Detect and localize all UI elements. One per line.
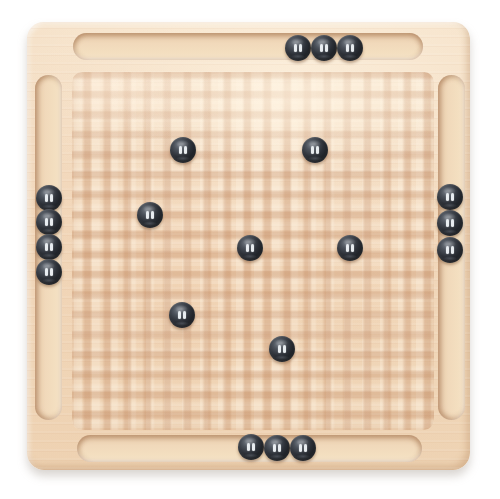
marble-tray-top-9[interactable] (311, 35, 337, 61)
marble-tray-left-18[interactable] (36, 209, 62, 235)
marble-base-reflection (42, 253, 56, 258)
marble-highlight-right (283, 345, 286, 353)
marble-highlight-left (311, 146, 314, 154)
marble-gloss (244, 437, 257, 445)
marble-gloss (443, 213, 456, 221)
marble-tray-right-12[interactable] (437, 210, 463, 236)
marble-gloss (343, 38, 356, 46)
marble-base-reflection (443, 229, 457, 234)
marble-gloss (317, 38, 330, 46)
marble-gloss (291, 38, 304, 46)
marble-highlight-right (251, 244, 254, 252)
marble-gloss (275, 339, 288, 347)
marble-highlight-right (351, 244, 354, 252)
marble-base-reflection (42, 228, 56, 233)
marble-gloss (143, 205, 156, 213)
marble-tray-bottom-15[interactable] (264, 435, 290, 461)
marble-gloss (443, 187, 456, 195)
marble-tray-right-11[interactable] (437, 184, 463, 210)
marble-tray-top-8[interactable] (285, 35, 311, 61)
marble-grid-6[interactable] (169, 302, 195, 328)
marble-highlight-right (50, 243, 53, 251)
marble-highlight-right (151, 211, 154, 219)
marble-base-reflection (243, 254, 257, 259)
marble-grid-7[interactable] (269, 336, 295, 362)
marble-base-reflection (308, 156, 322, 161)
marble-gloss (243, 238, 256, 246)
marble-highlight-right (50, 194, 53, 202)
marble-highlight-left (246, 244, 249, 252)
marble-base-reflection (175, 321, 189, 326)
marble-base-reflection (42, 278, 56, 283)
marble-grid-1[interactable] (170, 137, 196, 163)
marble-base-reflection (296, 454, 310, 459)
marble-highlight-left (45, 268, 48, 276)
marble-gloss (308, 140, 321, 148)
marble-highlight-right (184, 146, 187, 154)
marble-tray-right-13[interactable] (437, 237, 463, 263)
marble-tray-top-10[interactable] (337, 35, 363, 61)
marble-base-reflection (443, 256, 457, 261)
marble-highlight-left (346, 44, 349, 52)
marble-highlight-left (247, 443, 250, 451)
marble-highlight-left (446, 219, 449, 227)
marble-highlight-right (351, 44, 354, 52)
marble-highlight-left (45, 243, 48, 251)
marble-highlight-right (183, 311, 186, 319)
marble-base-reflection (244, 453, 258, 458)
marble-base-reflection (270, 454, 284, 459)
marble-highlight-left (45, 218, 48, 226)
marble-gloss (176, 140, 189, 148)
marble-highlight-left (45, 194, 48, 202)
marble-gloss (296, 438, 309, 446)
marble-highlight-left (179, 146, 182, 154)
marble-highlight-right (50, 268, 53, 276)
marble-highlight-left (273, 444, 276, 452)
marble-highlight-right (451, 219, 454, 227)
marble-highlight-left (446, 193, 449, 201)
marble-base-reflection (176, 156, 190, 161)
marble-highlight-right (50, 218, 53, 226)
marble-grid-3[interactable] (137, 202, 163, 228)
marble-tray-top (73, 33, 423, 60)
marble-tray-bottom-14[interactable] (238, 434, 264, 460)
marble-highlight-right (451, 246, 454, 254)
marble-highlight-right (316, 146, 319, 154)
marble-highlight-left (146, 211, 149, 219)
marble-highlight-right (278, 444, 281, 452)
marble-highlight-right (299, 44, 302, 52)
marble-highlight-left (278, 345, 281, 353)
marble-tray-left-19[interactable] (36, 234, 62, 260)
marble-highlight-right (325, 44, 328, 52)
marble-tray-left-17[interactable] (36, 185, 62, 211)
marble-tray-left-20[interactable] (36, 259, 62, 285)
product-photo-stage (0, 0, 500, 499)
marble-highlight-left (299, 444, 302, 452)
marble-base-reflection (143, 221, 157, 226)
marble-grid-2[interactable] (302, 137, 328, 163)
marble-highlight-left (178, 311, 181, 319)
marble-base-reflection (443, 203, 457, 208)
marble-gloss (270, 438, 283, 446)
marble-gloss (42, 188, 55, 196)
marble-highlight-left (320, 44, 323, 52)
marble-gloss (42, 262, 55, 270)
marble-base-reflection (343, 54, 357, 59)
marble-base-reflection (343, 254, 357, 259)
marble-grid-4[interactable] (237, 235, 263, 261)
marble-highlight-left (446, 246, 449, 254)
marble-highlight-right (451, 193, 454, 201)
marble-highlight-right (304, 444, 307, 452)
marble-base-reflection (291, 54, 305, 59)
marble-gloss (443, 240, 456, 248)
marble-highlight-left (294, 44, 297, 52)
marble-highlight-left (346, 244, 349, 252)
marble-highlight-right (252, 443, 255, 451)
marble-gloss (343, 238, 356, 246)
marble-gloss (175, 305, 188, 313)
marble-base-reflection (317, 54, 331, 59)
marble-tray-bottom-16[interactable] (290, 435, 316, 461)
marble-gloss (42, 237, 55, 245)
marble-grid-5[interactable] (337, 235, 363, 261)
marble-gloss (42, 212, 55, 220)
marble-base-reflection (275, 355, 289, 360)
